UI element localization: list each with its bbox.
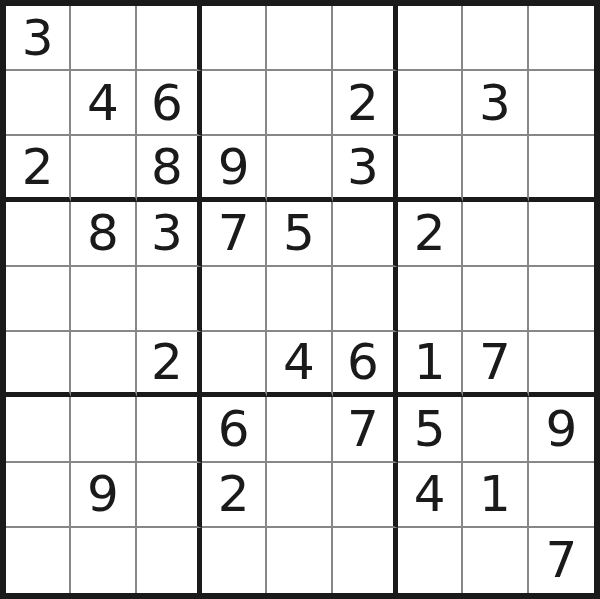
sudoku-board: 3462328938375224617675992417: [0, 0, 600, 599]
cell-r2c2-given[interactable]: 4: [71, 71, 136, 136]
cell-r4c9-empty[interactable]: [529, 202, 594, 267]
cell-r3c4-given[interactable]: 9: [202, 136, 267, 201]
cell-r6c5-given[interactable]: 4: [267, 332, 332, 397]
cell-r1c3-empty[interactable]: [137, 6, 202, 71]
cell-r2c3-given[interactable]: 6: [137, 71, 202, 136]
cell-r4c2-given[interactable]: 8: [71, 202, 136, 267]
cell-r8c5-empty[interactable]: [267, 463, 332, 528]
cell-r4c7-given[interactable]: 2: [398, 202, 463, 267]
cell-r7c7-given[interactable]: 5: [398, 397, 463, 462]
cell-r5c8-empty[interactable]: [463, 267, 528, 332]
cell-r5c4-empty[interactable]: [202, 267, 267, 332]
cell-r7c6-given[interactable]: 7: [333, 397, 398, 462]
cell-r6c2-empty[interactable]: [71, 332, 136, 397]
cell-r8c7-given[interactable]: 4: [398, 463, 463, 528]
cell-r7c2-empty[interactable]: [71, 397, 136, 462]
cell-r2c4-empty[interactable]: [202, 71, 267, 136]
cell-r1c1-given[interactable]: 3: [6, 6, 71, 71]
cell-r7c1-empty[interactable]: [6, 397, 71, 462]
cell-r9c2-empty[interactable]: [71, 528, 136, 593]
cell-r2c9-empty[interactable]: [529, 71, 594, 136]
cell-r7c9-given[interactable]: 9: [529, 397, 594, 462]
cell-r9c3-empty[interactable]: [137, 528, 202, 593]
cell-r5c7-empty[interactable]: [398, 267, 463, 332]
cell-r2c1-empty[interactable]: [6, 71, 71, 136]
cell-r9c9-given[interactable]: 7: [529, 528, 594, 593]
cell-r7c3-empty[interactable]: [137, 397, 202, 462]
cell-r4c8-empty[interactable]: [463, 202, 528, 267]
cell-r6c4-empty[interactable]: [202, 332, 267, 397]
cell-r3c8-empty[interactable]: [463, 136, 528, 201]
cell-r8c6-empty[interactable]: [333, 463, 398, 528]
cell-r5c2-empty[interactable]: [71, 267, 136, 332]
cell-r2c5-empty[interactable]: [267, 71, 332, 136]
cell-r4c4-given[interactable]: 7: [202, 202, 267, 267]
cell-r3c7-empty[interactable]: [398, 136, 463, 201]
cell-r6c9-empty[interactable]: [529, 332, 594, 397]
cell-r2c6-given[interactable]: 2: [333, 71, 398, 136]
cell-r5c5-empty[interactable]: [267, 267, 332, 332]
cell-r8c3-empty[interactable]: [137, 463, 202, 528]
cell-r9c1-empty[interactable]: [6, 528, 71, 593]
cell-r6c8-given[interactable]: 7: [463, 332, 528, 397]
cell-r5c6-empty[interactable]: [333, 267, 398, 332]
cell-r4c5-given[interactable]: 5: [267, 202, 332, 267]
cell-r6c7-given[interactable]: 1: [398, 332, 463, 397]
cell-r9c6-empty[interactable]: [333, 528, 398, 593]
cell-r1c5-empty[interactable]: [267, 6, 332, 71]
cell-r6c6-given[interactable]: 6: [333, 332, 398, 397]
cell-r4c1-empty[interactable]: [6, 202, 71, 267]
cell-r1c9-empty[interactable]: [529, 6, 594, 71]
cell-r5c1-empty[interactable]: [6, 267, 71, 332]
cell-r3c6-given[interactable]: 3: [333, 136, 398, 201]
cell-r8c1-empty[interactable]: [6, 463, 71, 528]
cell-r3c2-empty[interactable]: [71, 136, 136, 201]
cell-r7c5-empty[interactable]: [267, 397, 332, 462]
cell-r9c5-empty[interactable]: [267, 528, 332, 593]
cell-r6c3-given[interactable]: 2: [137, 332, 202, 397]
cell-r2c8-given[interactable]: 3: [463, 71, 528, 136]
cell-r1c7-empty[interactable]: [398, 6, 463, 71]
cell-r3c3-given[interactable]: 8: [137, 136, 202, 201]
cell-r1c2-empty[interactable]: [71, 6, 136, 71]
cell-r2c7-empty[interactable]: [398, 71, 463, 136]
cell-r8c9-empty[interactable]: [529, 463, 594, 528]
cell-r7c4-given[interactable]: 6: [202, 397, 267, 462]
cell-r3c1-given[interactable]: 2: [6, 136, 71, 201]
cell-r1c6-empty[interactable]: [333, 6, 398, 71]
cell-r4c6-empty[interactable]: [333, 202, 398, 267]
cell-r9c7-empty[interactable]: [398, 528, 463, 593]
cell-r1c8-empty[interactable]: [463, 6, 528, 71]
cell-r7c8-empty[interactable]: [463, 397, 528, 462]
cell-r9c4-empty[interactable]: [202, 528, 267, 593]
cell-r8c2-given[interactable]: 9: [71, 463, 136, 528]
cell-r4c3-given[interactable]: 3: [137, 202, 202, 267]
cell-r8c4-given[interactable]: 2: [202, 463, 267, 528]
cell-r3c5-empty[interactable]: [267, 136, 332, 201]
cell-r5c3-empty[interactable]: [137, 267, 202, 332]
cell-r8c8-given[interactable]: 1: [463, 463, 528, 528]
cell-r5c9-empty[interactable]: [529, 267, 594, 332]
cell-r6c1-empty[interactable]: [6, 332, 71, 397]
cell-r1c4-empty[interactable]: [202, 6, 267, 71]
cell-r9c8-empty[interactable]: [463, 528, 528, 593]
cell-r3c9-empty[interactable]: [529, 136, 594, 201]
